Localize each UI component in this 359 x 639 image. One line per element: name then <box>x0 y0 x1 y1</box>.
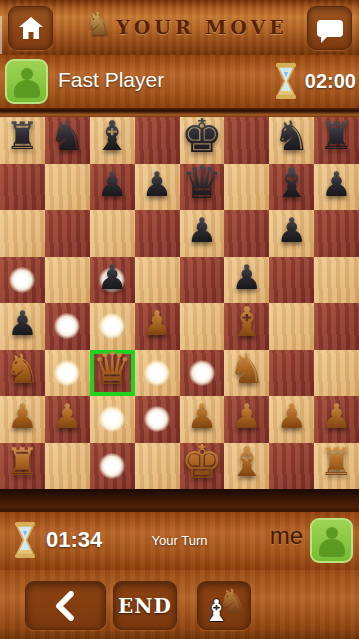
square-g8[interactable]: ♞ <box>269 117 314 164</box>
square-b6[interactable] <box>45 210 90 257</box>
square-f1[interactable]: ♝ <box>224 443 269 490</box>
square-a7[interactable] <box>0 164 45 211</box>
hourglass-icon <box>275 63 297 99</box>
square-d2[interactable] <box>135 396 180 443</box>
knight-piece-icon: ♞ <box>84 8 113 40</box>
me-label: me <box>270 522 303 550</box>
opponent-clock: 02:00 <box>305 70 356 93</box>
back-chevron-icon <box>51 591 81 621</box>
square-b3[interactable] <box>45 350 90 397</box>
piece-white-pawn[interactable]: ♟ <box>180 396 225 436</box>
piece-black-pawn[interactable]: ♟ <box>135 164 180 204</box>
legal-move-dot[interactable] <box>144 406 170 432</box>
square-b7[interactable] <box>45 164 90 211</box>
legal-move-dot[interactable] <box>99 453 125 479</box>
legal-move-dot[interactable] <box>99 406 125 432</box>
square-f6[interactable] <box>224 210 269 257</box>
square-d5[interactable] <box>135 257 180 304</box>
green-person-avatar <box>317 525 347 557</box>
piece-black-pawn[interactable]: ♟ <box>90 257 135 297</box>
square-h7[interactable]: ♟ <box>314 164 359 211</box>
my-avatar[interactable] <box>310 518 353 563</box>
piece-black-pawn[interactable]: ♟ <box>269 210 314 250</box>
end-button-label: END <box>118 594 172 618</box>
square-e5[interactable] <box>180 257 225 304</box>
square-d6[interactable] <box>135 210 180 257</box>
piece-black-pawn[interactable]: ♟ <box>314 164 359 204</box>
legal-move-dot[interactable] <box>99 313 125 339</box>
square-a2[interactable]: ♟ <box>0 396 45 443</box>
square-a4[interactable]: ♟ <box>0 303 45 350</box>
square-b8[interactable]: ♞ <box>45 117 90 164</box>
square-c2[interactable] <box>90 396 135 443</box>
end-game-button[interactable]: END <box>113 581 177 630</box>
square-c6[interactable] <box>90 210 135 257</box>
square-d1[interactable] <box>135 443 180 490</box>
square-e3[interactable] <box>180 350 225 397</box>
pieces-button[interactable]: ♞ ♝ <box>197 581 251 630</box>
piece-black-pawn[interactable]: ♟ <box>90 164 135 204</box>
piece-white-pawn[interactable]: ♟ <box>135 303 180 343</box>
square-f4[interactable]: ♝ <box>224 303 269 350</box>
square-h6[interactable] <box>314 210 359 257</box>
board-frame-bottom <box>0 489 359 512</box>
square-g1[interactable] <box>269 443 314 490</box>
square-g7[interactable]: ♝ <box>269 164 314 211</box>
piece-white-knight[interactable]: ♞ <box>224 345 269 393</box>
chess-board: ♜♞♝♚♞♜♟♟♛♝♟♟♟♟♟♟♟♝♞♛♞♟♟♟♟♟♟♜♚♝♜ <box>0 117 359 489</box>
square-g5[interactable] <box>269 257 314 304</box>
piece-black-rook[interactable]: ♜ <box>314 115 359 159</box>
piece-black-queen[interactable]: ♛ <box>180 156 225 209</box>
piece-white-king[interactable]: ♚ <box>180 434 225 489</box>
piece-white-knight[interactable]: ♞ <box>0 345 45 393</box>
legal-move-dot[interactable] <box>189 360 215 386</box>
piece-black-pawn[interactable]: ♟ <box>180 210 225 250</box>
square-b5[interactable] <box>45 257 90 304</box>
piece-white-pawn[interactable]: ♟ <box>314 396 359 436</box>
square-h4[interactable] <box>314 303 359 350</box>
square-h5[interactable] <box>314 257 359 304</box>
me-bar: 01:34 Your Turn me <box>0 512 359 570</box>
piece-white-queen[interactable]: ♛ <box>90 342 135 395</box>
piece-white-pawn[interactable]: ♟ <box>45 396 90 436</box>
piece-black-knight[interactable]: ♞ <box>45 112 90 160</box>
square-d8[interactable] <box>135 117 180 164</box>
piece-black-rook[interactable]: ♜ <box>0 115 45 159</box>
square-f2[interactable]: ♟ <box>224 396 269 443</box>
square-a3[interactable]: ♞ <box>0 350 45 397</box>
legal-move-dot[interactable] <box>144 360 170 386</box>
chat-button[interactable] <box>307 6 352 50</box>
piece-black-bishop[interactable]: ♝ <box>269 159 314 207</box>
square-h3[interactable] <box>314 350 359 397</box>
square-g2[interactable]: ♟ <box>269 396 314 443</box>
square-c7[interactable]: ♟ <box>90 164 135 211</box>
square-f5[interactable]: ♟ <box>224 257 269 304</box>
square-c3[interactable]: ♛ <box>90 350 135 397</box>
square-h1[interactable]: ♜ <box>314 443 359 490</box>
square-d3[interactable] <box>135 350 180 397</box>
legal-move-dot[interactable] <box>54 360 80 386</box>
square-a8[interactable]: ♜ <box>0 117 45 164</box>
action-bar: END ♞ ♝ <box>0 570 359 639</box>
piece-white-rook[interactable]: ♜ <box>0 440 45 484</box>
square-h8[interactable]: ♜ <box>314 117 359 164</box>
chat-bubble-icon <box>317 20 343 37</box>
square-f8[interactable] <box>224 117 269 164</box>
back-button[interactable] <box>25 581 106 630</box>
square-e1[interactable]: ♚ <box>180 443 225 490</box>
square-f7[interactable] <box>224 164 269 211</box>
square-h2[interactable]: ♟ <box>314 396 359 443</box>
piece-white-bishop[interactable]: ♝ <box>224 298 269 346</box>
square-b2[interactable]: ♟ <box>45 396 90 443</box>
piece-black-pawn[interactable]: ♟ <box>224 257 269 297</box>
square-e6[interactable]: ♟ <box>180 210 225 257</box>
square-g3[interactable] <box>269 350 314 397</box>
square-e4[interactable] <box>180 303 225 350</box>
piece-black-knight[interactable]: ♞ <box>269 112 314 160</box>
square-c5[interactable]: ♟ <box>90 257 135 304</box>
opponent-avatar[interactable] <box>5 59 48 104</box>
square-b4[interactable] <box>45 303 90 350</box>
legal-move-dot[interactable] <box>9 267 35 293</box>
square-a1[interactable]: ♜ <box>0 443 45 490</box>
piece-white-rook[interactable]: ♜ <box>314 440 359 484</box>
square-g4[interactable] <box>269 303 314 350</box>
square-e7[interactable]: ♛ <box>180 164 225 211</box>
turn-status: Your Turn <box>0 533 359 548</box>
piece-black-bishop[interactable]: ♝ <box>90 112 135 160</box>
legal-move-dot[interactable] <box>54 313 80 339</box>
opponent-bar: Fast Player 02:00 <box>0 55 359 108</box>
green-person-avatar <box>12 66 42 98</box>
home-button[interactable] <box>8 6 53 50</box>
piece-white-pawn[interactable]: ♟ <box>0 396 45 436</box>
piece-white-pawn[interactable]: ♟ <box>224 396 269 436</box>
square-g6[interactable]: ♟ <box>269 210 314 257</box>
title-bar: ♞ YOUR MOVE <box>0 0 359 55</box>
piece-white-bishop[interactable]: ♝ <box>224 438 269 486</box>
square-c1[interactable] <box>90 443 135 490</box>
square-b1[interactable] <box>45 443 90 490</box>
square-a5[interactable] <box>0 257 45 304</box>
page-title: YOUR MOVE <box>112 16 292 38</box>
square-d7[interactable]: ♟ <box>135 164 180 211</box>
opponent-name: Fast Player <box>58 68 164 92</box>
square-f3[interactable]: ♞ <box>224 350 269 397</box>
home-icon <box>18 16 44 40</box>
piece-white-pawn[interactable]: ♟ <box>269 396 314 436</box>
square-d4[interactable]: ♟ <box>135 303 180 350</box>
bishop-icon: ♝ <box>203 596 230 626</box>
square-a6[interactable] <box>0 210 45 257</box>
square-c8[interactable]: ♝ <box>90 117 135 164</box>
piece-black-pawn[interactable]: ♟ <box>0 303 45 343</box>
scroll-indicator <box>0 16 2 54</box>
